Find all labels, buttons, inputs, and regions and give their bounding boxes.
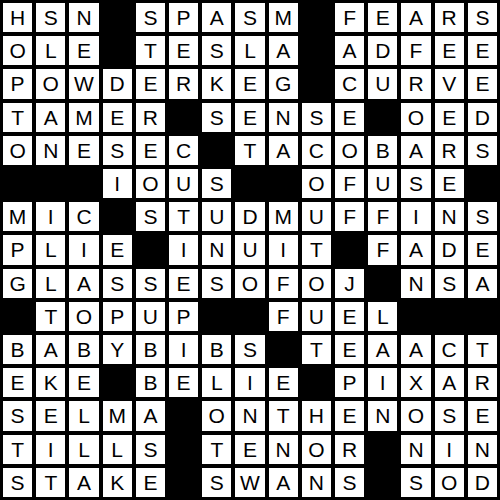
letter-cell[interactable]: S	[136, 435, 165, 464]
letter-cell[interactable]: I	[103, 169, 132, 198]
block-cell	[468, 302, 497, 331]
letter-cell[interactable]: B	[136, 368, 165, 397]
letter-cell[interactable]: K	[202, 69, 231, 98]
block-cell	[103, 368, 132, 397]
block-cell	[302, 36, 331, 65]
letter-cell[interactable]: S	[468, 202, 497, 231]
block-cell	[435, 302, 464, 331]
letter-cell[interactable]: S	[3, 401, 32, 430]
letter-cell[interactable]: O	[401, 103, 430, 132]
letter-cell[interactable]: P	[169, 302, 198, 331]
block-cell	[169, 401, 198, 430]
letter-cell[interactable]: R	[435, 3, 464, 32]
letter-cell[interactable]: L	[36, 269, 65, 298]
letter-cell[interactable]: A	[136, 401, 165, 430]
letter-cell[interactable]: U	[368, 169, 397, 198]
letter-cell[interactable]: E	[468, 235, 497, 264]
letter-cell[interactable]: N	[468, 435, 497, 464]
letter-cell[interactable]: S	[103, 136, 132, 165]
letter-cell[interactable]: A	[202, 3, 231, 32]
letter-cell[interactable]: E	[169, 36, 198, 65]
letter-cell[interactable]: M	[269, 202, 298, 231]
letter-cell[interactable]: M	[3, 202, 32, 231]
letter-cell[interactable]: S	[401, 468, 430, 497]
letter-cell[interactable]: K	[103, 468, 132, 497]
letter-cell[interactable]: R	[401, 69, 430, 98]
letter-cell[interactable]: T	[36, 302, 65, 331]
letter-cell[interactable]: E	[136, 136, 165, 165]
letter-cell[interactable]: X	[401, 368, 430, 397]
letter-cell[interactable]: P	[335, 368, 364, 397]
letter-cell[interactable]: E	[468, 36, 497, 65]
letter-cell[interactable]: B	[202, 335, 231, 364]
letter-cell[interactable]: F	[368, 235, 397, 264]
letter-cell[interactable]: F	[269, 302, 298, 331]
letter-cell[interactable]: R	[169, 69, 198, 98]
letter-cell[interactable]: I	[401, 202, 430, 231]
letter-cell[interactable]: A	[69, 269, 98, 298]
letter-cell[interactable]: D	[103, 69, 132, 98]
letter-cell[interactable]: O	[302, 269, 331, 298]
letter-cell[interactable]: N	[69, 3, 98, 32]
letter-cell[interactable]: T	[3, 103, 32, 132]
letter-cell[interactable]: D	[435, 235, 464, 264]
letter-cell[interactable]: P	[103, 302, 132, 331]
letter-cell[interactable]: F	[368, 202, 397, 231]
letter-cell[interactable]: O	[401, 401, 430, 430]
letter-cell[interactable]: N	[401, 269, 430, 298]
letter-cell[interactable]: E	[69, 368, 98, 397]
block-cell	[3, 302, 32, 331]
letter-cell[interactable]: S	[136, 269, 165, 298]
letter-cell[interactable]: E	[335, 302, 364, 331]
letter-cell[interactable]: D	[468, 468, 497, 497]
letter-cell[interactable]: W	[235, 468, 264, 497]
block-cell	[103, 36, 132, 65]
letter-cell[interactable]: T	[136, 36, 165, 65]
letter-cell[interactable]: O	[302, 435, 331, 464]
letter-cell[interactable]: I	[435, 435, 464, 464]
letter-cell[interactable]: S	[202, 269, 231, 298]
letter-cell[interactable]: A	[401, 136, 430, 165]
block-cell	[3, 169, 32, 198]
letter-cell[interactable]: N	[235, 401, 264, 430]
letter-cell[interactable]: I	[368, 368, 397, 397]
letter-cell[interactable]: N	[435, 202, 464, 231]
letter-cell[interactable]: I	[36, 435, 65, 464]
letter-cell[interactable]: S	[202, 468, 231, 497]
letter-cell[interactable]: B	[69, 335, 98, 364]
letter-cell[interactable]: M	[269, 3, 298, 32]
letter-cell[interactable]: E	[3, 368, 32, 397]
letter-cell[interactable]: I	[169, 235, 198, 264]
letter-cell[interactable]: H	[302, 401, 331, 430]
block-cell	[36, 169, 65, 198]
letter-cell[interactable]: Y	[103, 335, 132, 364]
letter-cell[interactable]: N	[202, 235, 231, 264]
letter-cell[interactable]: A	[435, 368, 464, 397]
block-cell	[169, 435, 198, 464]
letter-cell[interactable]: E	[235, 69, 264, 98]
letter-cell[interactable]: P	[3, 235, 32, 264]
letter-cell[interactable]: S	[335, 468, 364, 497]
letter-cell[interactable]: E	[169, 269, 198, 298]
letter-cell[interactable]: A	[401, 3, 430, 32]
letter-cell[interactable]: R	[435, 136, 464, 165]
letter-cell[interactable]: A	[36, 335, 65, 364]
letter-cell[interactable]: O	[202, 401, 231, 430]
letter-cell[interactable]: C	[435, 335, 464, 364]
letter-cell[interactable]: T	[235, 136, 264, 165]
letter-cell[interactable]: P	[169, 3, 198, 32]
letter-cell[interactable]: E	[368, 3, 397, 32]
letter-cell[interactable]: T	[36, 468, 65, 497]
letter-cell[interactable]: L	[36, 235, 65, 264]
letter-cell[interactable]: I	[69, 235, 98, 264]
letter-cell[interactable]: F	[335, 3, 364, 32]
letter-cell[interactable]: A	[269, 136, 298, 165]
letter-cell[interactable]: A	[269, 468, 298, 497]
letter-cell[interactable]: S	[202, 36, 231, 65]
letter-cell[interactable]: G	[269, 69, 298, 98]
letter-cell[interactable]: A	[401, 335, 430, 364]
letter-cell[interactable]: E	[169, 368, 198, 397]
letter-cell[interactable]: T	[169, 202, 198, 231]
letter-cell[interactable]: F	[335, 202, 364, 231]
letter-cell[interactable]: S	[435, 401, 464, 430]
block-cell	[302, 3, 331, 32]
letter-cell[interactable]: S	[468, 3, 497, 32]
letter-cell[interactable]: S	[235, 335, 264, 364]
letter-cell[interactable]: S	[3, 468, 32, 497]
letter-cell[interactable]: B	[136, 335, 165, 364]
letter-cell[interactable]: E	[69, 136, 98, 165]
letter-cell[interactable]: B	[368, 136, 397, 165]
letter-cell[interactable]: L	[235, 36, 264, 65]
letter-cell[interactable]: S	[202, 169, 231, 198]
letter-cell[interactable]: E	[103, 103, 132, 132]
letter-cell[interactable]: M	[103, 401, 132, 430]
letter-cell[interactable]: W	[69, 69, 98, 98]
block-cell	[136, 235, 165, 264]
letter-cell[interactable]: E	[136, 468, 165, 497]
letter-cell[interactable]: C	[302, 136, 331, 165]
letter-cell[interactable]: H	[3, 3, 32, 32]
letter-cell[interactable]: T	[302, 235, 331, 264]
letter-cell[interactable]: E	[235, 435, 264, 464]
letter-cell[interactable]: M	[69, 103, 98, 132]
letter-cell[interactable]: F	[269, 269, 298, 298]
letter-cell[interactable]: A	[468, 269, 497, 298]
letter-cell[interactable]: S	[435, 269, 464, 298]
letter-cell[interactable]: D	[468, 103, 497, 132]
letter-cell[interactable]: S	[136, 202, 165, 231]
block-cell	[368, 103, 397, 132]
letter-cell[interactable]: E	[435, 103, 464, 132]
block-cell	[235, 169, 264, 198]
letter-cell[interactable]: N	[302, 468, 331, 497]
block-cell	[269, 169, 298, 198]
crossword-grid: HSNSPASMFEARSOLETESLAADFEEPOWDERKEGCURVE…	[0, 0, 500, 500]
letter-cell[interactable]: E	[335, 335, 364, 364]
letter-cell[interactable]: E	[435, 169, 464, 198]
block-cell	[302, 368, 331, 397]
letter-cell[interactable]: O	[69, 302, 98, 331]
letter-cell[interactable]: D	[235, 202, 264, 231]
letter-cell[interactable]: S	[103, 269, 132, 298]
letter-cell[interactable]: E	[69, 36, 98, 65]
letter-cell[interactable]: I	[269, 235, 298, 264]
letter-cell[interactable]: A	[269, 36, 298, 65]
letter-cell[interactable]: U	[368, 69, 397, 98]
letter-cell[interactable]: B	[3, 335, 32, 364]
letter-cell[interactable]: U	[235, 235, 264, 264]
letter-cell[interactable]: N	[269, 103, 298, 132]
letter-cell[interactable]: E	[136, 69, 165, 98]
letter-cell[interactable]: F	[401, 36, 430, 65]
letter-cell[interactable]: O	[3, 136, 32, 165]
block-cell	[235, 302, 264, 331]
block-cell	[368, 269, 397, 298]
letter-cell[interactable]: N	[36, 136, 65, 165]
letter-cell[interactable]: E	[335, 103, 364, 132]
letter-cell[interactable]: E	[468, 401, 497, 430]
letter-cell[interactable]: U	[202, 202, 231, 231]
letter-cell[interactable]: G	[3, 269, 32, 298]
letter-cell[interactable]: S	[235, 3, 264, 32]
letter-cell[interactable]: L	[368, 302, 397, 331]
letter-cell[interactable]: I	[169, 335, 198, 364]
letter-cell[interactable]: L	[69, 401, 98, 430]
block-cell	[169, 468, 198, 497]
letter-cell[interactable]: E	[235, 103, 264, 132]
letter-cell[interactable]: R	[468, 368, 497, 397]
letter-cell[interactable]: P	[3, 69, 32, 98]
letter-cell[interactable]: E	[36, 401, 65, 430]
block-cell	[335, 235, 364, 264]
letter-cell[interactable]: N	[368, 401, 397, 430]
letter-cell[interactable]: U	[169, 169, 198, 198]
letter-cell[interactable]: T	[3, 435, 32, 464]
letter-cell[interactable]: A	[368, 335, 397, 364]
letter-cell[interactable]: E	[269, 368, 298, 397]
letter-cell[interactable]: S	[136, 3, 165, 32]
letter-cell[interactable]: F	[335, 169, 364, 198]
letter-cell[interactable]: L	[69, 435, 98, 464]
letter-cell[interactable]: O	[3, 36, 32, 65]
letter-cell[interactable]: S	[36, 3, 65, 32]
block-cell	[202, 302, 231, 331]
block-cell	[368, 435, 397, 464]
letter-cell[interactable]: O	[435, 468, 464, 497]
letter-cell[interactable]: U	[136, 302, 165, 331]
letter-cell[interactable]: J	[335, 269, 364, 298]
block-cell	[103, 3, 132, 32]
letter-cell[interactable]: K	[36, 368, 65, 397]
letter-cell[interactable]: I	[36, 202, 65, 231]
letter-cell[interactable]: A	[335, 36, 364, 65]
letter-cell[interactable]: C	[69, 202, 98, 231]
letter-cell[interactable]: E	[435, 36, 464, 65]
letter-cell[interactable]: T	[302, 335, 331, 364]
letter-cell[interactable]: N	[269, 435, 298, 464]
letter-cell[interactable]: R	[136, 103, 165, 132]
block-cell	[368, 468, 397, 497]
letter-cell[interactable]: E	[468, 69, 497, 98]
block-cell	[401, 302, 430, 331]
letter-cell[interactable]: T	[202, 435, 231, 464]
letter-cell[interactable]: V	[435, 69, 464, 98]
letter-cell[interactable]: L	[202, 368, 231, 397]
block-cell	[302, 69, 331, 98]
letter-cell[interactable]: T	[269, 401, 298, 430]
letter-cell[interactable]: O	[302, 169, 331, 198]
letter-cell[interactable]: N	[401, 435, 430, 464]
letter-cell[interactable]: A	[69, 468, 98, 497]
letter-cell[interactable]: I	[235, 368, 264, 397]
block-cell	[468, 169, 497, 198]
letter-cell[interactable]: A	[36, 103, 65, 132]
letter-cell[interactable]: O	[136, 169, 165, 198]
letter-cell[interactable]: A	[401, 235, 430, 264]
block-cell	[202, 136, 231, 165]
block-cell	[169, 103, 198, 132]
letter-cell[interactable]: L	[103, 435, 132, 464]
letter-cell[interactable]: T	[468, 335, 497, 364]
letter-cell[interactable]: O	[335, 136, 364, 165]
block-cell	[269, 335, 298, 364]
letter-cell[interactable]: U	[302, 302, 331, 331]
letter-cell[interactable]: C	[335, 69, 364, 98]
letter-cell[interactable]: R	[335, 435, 364, 464]
letter-cell[interactable]: S	[302, 103, 331, 132]
letter-cell[interactable]: D	[368, 36, 397, 65]
letter-cell[interactable]: S	[401, 169, 430, 198]
block-cell	[103, 202, 132, 231]
letter-cell[interactable]: E	[335, 401, 364, 430]
letter-cell[interactable]: S	[202, 103, 231, 132]
block-cell	[69, 169, 98, 198]
letter-cell[interactable]: O	[235, 269, 264, 298]
letter-cell[interactable]: L	[36, 36, 65, 65]
letter-cell[interactable]: E	[103, 235, 132, 264]
letter-cell[interactable]: O	[36, 69, 65, 98]
letter-cell[interactable]: U	[302, 202, 331, 231]
letter-cell[interactable]: S	[468, 136, 497, 165]
letter-cell[interactable]: C	[169, 136, 198, 165]
